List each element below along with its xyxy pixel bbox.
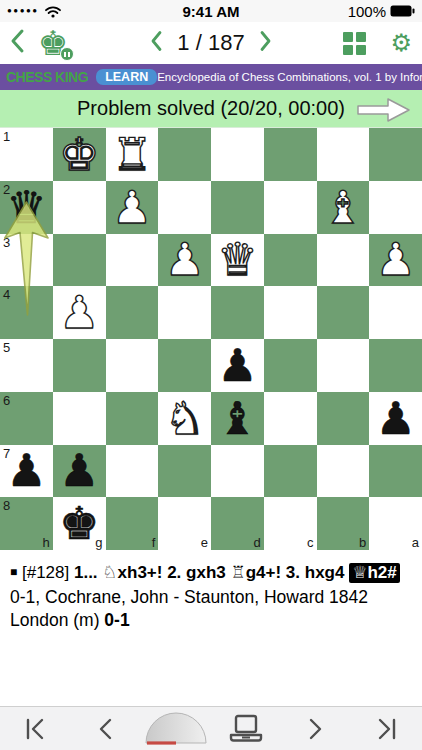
piece-white-N: ♞ [158,392,211,445]
square-d6[interactable]: ♝ [211,392,264,445]
square-g6[interactable] [53,392,106,445]
pause-badge-icon [60,47,74,61]
rank-label: 7 [3,446,10,461]
battery-icon [390,5,415,17]
nav-right: ⚙ [294,31,412,55]
rank-label: 5 [3,340,10,355]
brand-label: CHESS KING [6,69,88,85]
square-a2[interactable] [369,181,422,234]
piece-white-K: ♚ [53,128,106,181]
piece-white-R: ♜ [106,128,159,181]
clock-time: 9:41 AM [127,3,295,20]
piece-white-B: ♝ [317,181,370,234]
square-c6[interactable] [264,392,317,445]
grid-icon [343,32,353,42]
square-g1[interactable]: ♚ [53,128,106,181]
result-message: Problem solved (20/20, 00:00) [77,97,345,120]
piece-white-P: ♟ [369,234,422,287]
back-button[interactable] [10,28,25,58]
square-e5[interactable] [158,339,211,392]
square-h7[interactable]: 7♟ [0,445,53,498]
pager-label: 1 / 187 [177,30,244,56]
file-label: g [95,535,102,550]
status-left: ●●●●● [7,5,127,18]
rank-label: 3 [3,235,10,250]
laptop-icon [227,714,265,744]
square-b3[interactable] [317,234,370,287]
square-c1[interactable] [264,128,317,181]
file-label: c [307,535,314,550]
chess-king-logo[interactable]: ♚ [33,24,73,62]
square-b1[interactable] [317,128,370,181]
nav-bar: ♚ 1 / 187 ⚙ [0,22,422,64]
piece-white-P: ♟ [106,181,159,234]
game-info: 0-1, Cochrane, John - Staunton, Howard 1… [10,586,412,633]
problem-list-button[interactable] [343,32,366,55]
square-c8[interactable]: c [264,497,317,550]
solution-moves: ■ [#128] 1... ♘xh3+! 2. gxh3 ♖g4+! 3. hx… [10,562,412,583]
battery-percent: 100% [348,3,386,20]
piece-black-B: ♝ [211,392,264,445]
square-d4[interactable] [211,286,264,339]
rank-label: 1 [3,129,10,144]
square-b5[interactable] [317,339,370,392]
square-f2[interactable]: ♟ [106,181,159,234]
piece-black-P: ♟ [53,445,106,498]
app-screen: ●●●●● 9:41 AM 100% ♚ [0,0,422,750]
settings-button[interactable]: ⚙ [390,31,412,55]
square-h1[interactable]: 1 [0,128,53,181]
square-a8[interactable]: a [369,497,422,550]
square-b8[interactable]: b [317,497,370,550]
square-f7[interactable] [106,445,159,498]
square-h4[interactable]: 4 [0,286,53,339]
square-b7[interactable] [317,445,370,498]
text-segment: 0-1, Cochrane, John - Staunton, Howard 1… [10,587,368,630]
text-segment: ♕h2# [349,563,400,583]
square-g8[interactable]: g♚ [53,497,106,550]
piece-white-P: ♟ [53,286,106,339]
rank-label: 2 [3,182,10,197]
problem-pager: 1 / 187 [128,30,294,56]
square-f4[interactable] [106,286,159,339]
square-e2[interactable] [158,181,211,234]
square-g5[interactable] [53,339,106,392]
status-right: 100% [295,3,415,20]
go-first-button[interactable] [0,707,70,750]
square-b6[interactable] [317,392,370,445]
chevron-left-icon [150,30,163,52]
square-f1[interactable]: ♜ [106,128,159,181]
previous-move-button[interactable] [70,707,140,750]
square-a1[interactable] [369,128,422,181]
square-c4[interactable] [264,286,317,339]
engine-gauge-button[interactable] [141,707,211,750]
square-d3[interactable]: ♛ [211,234,264,287]
prev-problem-button[interactable] [150,30,163,56]
nav-left: ♚ [10,24,128,62]
square-f3[interactable] [106,234,159,287]
wifi-icon [45,5,61,18]
square-a6[interactable]: ♟ [369,392,422,445]
square-h3[interactable]: 3 [0,234,53,287]
square-e8[interactable]: e [158,497,211,550]
next-move-button[interactable] [281,707,351,750]
square-e3[interactable]: ♟ [158,234,211,287]
go-first-icon [22,716,48,742]
next-task-button[interactable] [356,95,412,129]
next-problem-button[interactable] [259,30,272,56]
rank-label: 8 [3,498,10,513]
result-bar: Problem solved (20/20, 00:00) [0,90,422,128]
square-c3[interactable] [264,234,317,287]
square-f5[interactable] [106,339,159,392]
square-g3[interactable] [53,234,106,287]
chevron-left-icon [95,716,115,742]
file-label: f [152,535,156,550]
square-g7[interactable]: ♟ [53,445,106,498]
arrow-right-icon [356,95,412,125]
learn-badge: LEARN [96,69,157,85]
course-banner: CHESS KING LEARN Encyclopedia of Chess C… [0,64,422,90]
square-g4[interactable]: ♟ [53,286,106,339]
file-label: e [201,535,208,550]
square-a7[interactable] [369,445,422,498]
square-h5[interactable]: 5 [0,339,53,392]
file-label: a [412,535,419,550]
square-h6[interactable]: 6 [0,392,53,445]
chess-board: 1♚♜2♛♟♝3♟♛♟4♟5♟6♞♝♟7♟♟8hg♚fedcba [0,128,422,550]
square-h8[interactable]: 8h [0,497,53,550]
piece-white-P: ♟ [158,234,211,287]
chevron-right-icon [259,30,272,52]
square-e1[interactable] [158,128,211,181]
square-d5[interactable]: ♟ [211,339,264,392]
square-b2[interactable]: ♝ [317,181,370,234]
text-segment: 1... ♘xh3+! 2. gxh3 ♖g4+! 3. hxg4 [74,563,349,582]
square-d8[interactable]: d [211,497,264,550]
square-a4[interactable] [369,286,422,339]
status-bar: ●●●●● 9:41 AM 100% [0,0,422,22]
square-c5[interactable] [264,339,317,392]
go-last-icon [374,716,400,742]
square-d2[interactable] [211,181,264,234]
chevron-right-icon [306,716,326,742]
square-f6[interactable] [106,392,159,445]
square-d1[interactable] [211,128,264,181]
rank-label: 6 [3,393,10,408]
back-chevron-icon [10,28,25,54]
square-f8[interactable]: f [106,497,159,550]
file-label: d [254,535,261,550]
square-e7[interactable] [158,445,211,498]
piece-black-P: ♟ [369,392,422,445]
square-e6[interactable]: ♞ [158,392,211,445]
square-b4[interactable] [317,286,370,339]
piece-black-P: ♟ [211,339,264,392]
computer-analysis-button[interactable] [211,707,281,750]
square-g2[interactable] [53,181,106,234]
text-segment: [#128] [17,563,74,582]
engine-gauge-icon [144,712,208,746]
square-h2[interactable]: 2♛ [0,181,53,234]
text-segment: 0-1 [104,610,129,630]
signal-dots-icon: ●●●●● [7,7,39,15]
file-label: h [43,535,50,550]
annotation: ■ [#128] 1... ♘xh3+! 2. gxh3 ♖g4+! 3. hx… [0,550,422,633]
rank-label: 4 [3,287,10,302]
square-d7[interactable] [211,445,264,498]
square-a5[interactable] [369,339,422,392]
square-a3[interactable]: ♟ [369,234,422,287]
piece-white-Q: ♛ [211,234,264,287]
course-title: Encyclopedia of Chess Combinations, vol.… [157,71,422,83]
bottom-toolbar [0,706,422,750]
file-label: b [359,535,366,550]
go-last-button[interactable] [352,707,422,750]
square-e4[interactable] [158,286,211,339]
square-c7[interactable] [264,445,317,498]
square-c2[interactable] [264,181,317,234]
gear-icon: ⚙ [390,29,412,57]
